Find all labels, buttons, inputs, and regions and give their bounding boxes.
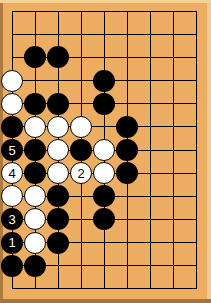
grid-line-vertical: [58, 11, 59, 23]
board-intersection: [116, 0, 139, 23]
board-intersection: 2: [70, 162, 93, 185]
board-intersection: [185, 185, 208, 208]
board-intersection: [185, 0, 208, 23]
grid-line-horizontal: [185, 11, 197, 12]
grid-line-vertical: [58, 277, 59, 289]
board-intersection: [70, 115, 93, 138]
board-intersection: [1, 0, 24, 23]
board-intersection: [24, 138, 47, 161]
board-intersection: [93, 138, 116, 161]
board-intersection: [139, 208, 162, 231]
board-intersection: [162, 138, 185, 161]
black-stone: [93, 185, 115, 207]
board-intersection: [162, 0, 185, 23]
board-intersection: [93, 0, 116, 23]
black-stone: [47, 93, 69, 115]
grid-line-vertical: [196, 138, 197, 161]
board-intersection: [24, 162, 47, 185]
board-intersection: [47, 208, 70, 231]
board-intersection: [116, 208, 139, 231]
grid-line-vertical: [81, 185, 82, 208]
grid-line-vertical: [35, 23, 36, 46]
grid-line-vertical: [150, 92, 151, 115]
white-stone: [47, 116, 69, 138]
grid-line-vertical: [104, 277, 105, 289]
board-intersection: [139, 162, 162, 185]
grid-line-vertical: [196, 162, 197, 185]
board-intersection: [185, 115, 208, 138]
black-stone: [1, 116, 23, 138]
board-intersection: [1, 23, 24, 46]
board-intersection: [93, 231, 116, 254]
board-intersection: [93, 115, 116, 138]
grid-line-horizontal: [185, 196, 197, 197]
grid-line-vertical: [150, 11, 151, 23]
grid-line-vertical: [35, 69, 36, 92]
grid-line-vertical: [127, 277, 128, 289]
grid-line-vertical: [173, 115, 174, 138]
board-intersection: [70, 185, 93, 208]
grid-line-vertical: [12, 46, 13, 69]
move-number: 3: [8, 212, 15, 225]
grid-line-horizontal: [12, 34, 24, 35]
grid-line-vertical: [127, 69, 128, 92]
grid-line-vertical: [81, 11, 82, 23]
black-stone: [116, 162, 138, 184]
grid-line-vertical: [150, 277, 151, 289]
grid-line-vertical: [196, 23, 197, 46]
board-intersection: 4: [1, 162, 24, 185]
board-intersection: [116, 23, 139, 46]
board-intersection: [24, 69, 47, 92]
board-intersection: [116, 162, 139, 185]
board-intersection: [139, 0, 162, 23]
black-stone: [93, 93, 115, 115]
board-intersection: [185, 69, 208, 92]
board-intersection: [24, 208, 47, 231]
grid-line-vertical: [173, 23, 174, 46]
grid-line-vertical: [196, 185, 197, 208]
grid-line-vertical: [150, 23, 151, 46]
grid-line-vertical: [127, 231, 128, 254]
go-grid: 54231: [1, 0, 208, 301]
grid-line-vertical: [196, 277, 197, 289]
board-intersection: [185, 23, 208, 46]
board-intersection: [70, 231, 93, 254]
black-stone: 1: [1, 232, 23, 254]
grid-line-vertical: [173, 11, 174, 23]
board-intersection: [93, 23, 116, 46]
board-intersection: [93, 277, 116, 300]
board-intersection: [139, 92, 162, 115]
grid-line-vertical: [173, 277, 174, 289]
board-intersection: [24, 115, 47, 138]
grid-line-vertical: [173, 185, 174, 208]
grid-line-vertical: [196, 69, 197, 92]
board-intersection: [162, 69, 185, 92]
white-stone: [24, 232, 46, 254]
grid-line-vertical: [150, 231, 151, 254]
board-intersection: [116, 254, 139, 277]
grid-line-vertical: [150, 208, 151, 231]
board-intersection: [116, 69, 139, 92]
board-intersection: [47, 46, 70, 69]
black-stone: [24, 46, 46, 68]
grid-line-horizontal: [12, 11, 24, 12]
board-intersection: [185, 46, 208, 69]
grid-line-vertical: [104, 231, 105, 254]
grid-line-vertical: [196, 208, 197, 231]
grid-line-vertical: [127, 254, 128, 277]
grid-line-vertical: [81, 277, 82, 289]
board-intersection: [70, 23, 93, 46]
grid-line-vertical: [173, 69, 174, 92]
board-intersection: [47, 185, 70, 208]
grid-line-vertical: [173, 46, 174, 69]
grid-line-horizontal: [185, 103, 197, 104]
grid-line-vertical: [81, 208, 82, 231]
board-intersection: [47, 69, 70, 92]
black-stone: [24, 255, 46, 277]
move-number: 4: [8, 166, 15, 179]
board-intersection: [185, 231, 208, 254]
grid-line-vertical: [12, 23, 13, 46]
black-stone: [116, 116, 138, 138]
go-board-diagram: 54231: [0, 0, 211, 303]
board-intersection: [116, 46, 139, 69]
board-intersection: [116, 231, 139, 254]
board-intersection: [139, 138, 162, 161]
grid-line-vertical: [104, 11, 105, 23]
white-stone: [47, 139, 69, 161]
black-stone: [24, 162, 46, 184]
grid-line-horizontal: [185, 288, 197, 289]
board-intersection: 1: [1, 231, 24, 254]
grid-line-vertical: [127, 208, 128, 231]
grid-line-vertical: [173, 162, 174, 185]
board-intersection: [47, 138, 70, 161]
board-intersection: [47, 277, 70, 300]
grid-line-vertical: [150, 69, 151, 92]
board-intersection: [162, 254, 185, 277]
grid-line-vertical: [12, 277, 13, 289]
grid-line-vertical: [104, 254, 105, 277]
board-intersection: [47, 162, 70, 185]
board-intersection: [47, 0, 70, 23]
grid-line-vertical: [173, 92, 174, 115]
board-intersection: [93, 69, 116, 92]
board-intersection: [162, 46, 185, 69]
board-intersection: [24, 185, 47, 208]
board-intersection: [70, 277, 93, 300]
black-stone: [116, 139, 138, 161]
board-intersection: [162, 92, 185, 115]
board-intersection: [162, 208, 185, 231]
board-intersection: [93, 185, 116, 208]
board-intersection: [93, 46, 116, 69]
move-number: 5: [8, 143, 15, 156]
grid-line-vertical: [150, 138, 151, 161]
grid-line-vertical: [196, 46, 197, 69]
grid-line-vertical: [58, 23, 59, 46]
black-stone: [47, 208, 69, 230]
grid-line-vertical: [127, 185, 128, 208]
grid-line-vertical: [81, 69, 82, 92]
grid-line-vertical: [58, 254, 59, 277]
board-intersection: [116, 185, 139, 208]
black-stone: [93, 70, 115, 92]
board-intersection: [1, 69, 24, 92]
board-intersection: 3: [1, 208, 24, 231]
black-stone: [47, 46, 69, 68]
board-intersection: [1, 185, 24, 208]
grid-line-vertical: [12, 11, 13, 23]
board-intersection: [24, 92, 47, 115]
grid-line-vertical: [81, 254, 82, 277]
board-intersection: [185, 138, 208, 161]
grid-line-vertical: [127, 46, 128, 69]
white-stone: 2: [70, 162, 92, 184]
board-intersection: [162, 23, 185, 46]
board-intersection: [70, 69, 93, 92]
grid-line-horizontal: [185, 242, 197, 243]
board-intersection: [185, 208, 208, 231]
white-stone: [70, 116, 92, 138]
black-stone: [93, 208, 115, 230]
board-intersection: [162, 115, 185, 138]
grid-line-horizontal: [185, 80, 197, 81]
board-intersection: [70, 46, 93, 69]
board-intersection: [185, 162, 208, 185]
board-intersection: [185, 254, 208, 277]
grid-line-vertical: [150, 46, 151, 69]
grid-line-vertical: [81, 231, 82, 254]
white-stone: [93, 162, 115, 184]
grid-line-horizontal: [12, 288, 24, 289]
board-intersection: [1, 92, 24, 115]
grid-line-vertical: [81, 23, 82, 46]
white-stone: [24, 116, 46, 138]
black-stone: 3: [1, 208, 23, 230]
black-stone: [47, 232, 69, 254]
board-intersection: [139, 185, 162, 208]
board-intersection: [116, 277, 139, 300]
grid-line-vertical: [150, 162, 151, 185]
board-intersection: [24, 46, 47, 69]
grid-line-vertical: [173, 208, 174, 231]
grid-line-horizontal: [12, 57, 24, 58]
board-intersection: [162, 185, 185, 208]
move-number: 1: [8, 236, 15, 249]
board-intersection: [47, 23, 70, 46]
board-intersection: [1, 277, 24, 300]
board-intersection: [24, 0, 47, 23]
board-intersection: [70, 138, 93, 161]
grid-line-vertical: [196, 115, 197, 138]
grid-line-vertical: [150, 115, 151, 138]
white-stone: [47, 162, 69, 184]
board-intersection: [47, 231, 70, 254]
grid-line-vertical: [150, 254, 151, 277]
grid-line-horizontal: [185, 173, 197, 174]
board-intersection: [139, 23, 162, 46]
board-intersection: [1, 254, 24, 277]
board-intersection: [139, 115, 162, 138]
black-stone: [70, 139, 92, 161]
grid-line-vertical: [173, 231, 174, 254]
board-intersection: [162, 277, 185, 300]
white-stone: [24, 208, 46, 230]
board-intersection: [116, 92, 139, 115]
grid-line-vertical: [35, 277, 36, 289]
grid-line-vertical: [104, 23, 105, 46]
grid-line-vertical: [127, 11, 128, 23]
grid-line-horizontal: [185, 126, 197, 127]
white-stone: [24, 185, 46, 207]
grid-line-horizontal: [185, 150, 197, 151]
grid-line-vertical: [104, 46, 105, 69]
grid-line-vertical: [173, 254, 174, 277]
board-intersection: [24, 277, 47, 300]
board-intersection: [47, 92, 70, 115]
board-intersection: [139, 254, 162, 277]
board-intersection: [139, 46, 162, 69]
board-intersection: [47, 254, 70, 277]
board-intersection: [139, 69, 162, 92]
board-intersection: [24, 231, 47, 254]
board-intersection: [70, 254, 93, 277]
white-stone: [1, 93, 23, 115]
move-number: 2: [77, 166, 84, 179]
grid-line-vertical: [58, 69, 59, 92]
board-intersection: [162, 162, 185, 185]
grid-line-vertical: [196, 11, 197, 23]
board-intersection: [24, 23, 47, 46]
board-intersection: [116, 115, 139, 138]
grid-line-vertical: [196, 231, 197, 254]
grid-line-vertical: [127, 23, 128, 46]
board-intersection: [47, 115, 70, 138]
board-intersection: [70, 0, 93, 23]
board-intersection: [185, 92, 208, 115]
white-stone: [93, 139, 115, 161]
black-stone: [24, 93, 46, 115]
grid-line-vertical: [173, 138, 174, 161]
board-intersection: [70, 208, 93, 231]
board-intersection: [185, 277, 208, 300]
board-intersection: 5: [1, 138, 24, 161]
black-stone: [24, 139, 46, 161]
board-intersection: [139, 277, 162, 300]
board-intersection: [1, 46, 24, 69]
board-intersection: [93, 208, 116, 231]
grid-line-vertical: [104, 115, 105, 138]
board-intersection: [139, 231, 162, 254]
board-intersection: [116, 138, 139, 161]
black-stone: [47, 185, 69, 207]
white-stone: 4: [1, 162, 23, 184]
white-stone: [1, 70, 23, 92]
grid-line-vertical: [127, 92, 128, 115]
board-intersection: [70, 92, 93, 115]
black-stone: [1, 255, 23, 277]
board-intersection: [93, 254, 116, 277]
board-intersection: [162, 231, 185, 254]
grid-line-vertical: [196, 254, 197, 277]
grid-line-vertical: [81, 46, 82, 69]
grid-line-horizontal: [185, 34, 197, 35]
board-intersection: [93, 162, 116, 185]
grid-line-horizontal: [185, 219, 197, 220]
grid-line-horizontal: [185, 57, 197, 58]
board-intersection: [24, 254, 47, 277]
board-intersection: [1, 115, 24, 138]
grid-line-vertical: [196, 92, 197, 115]
black-stone: 5: [1, 139, 23, 161]
grid-line-vertical: [81, 92, 82, 115]
grid-line-vertical: [35, 11, 36, 23]
board-intersection: [93, 92, 116, 115]
grid-line-vertical: [150, 185, 151, 208]
grid-line-horizontal: [185, 265, 197, 266]
white-stone: [1, 185, 23, 207]
